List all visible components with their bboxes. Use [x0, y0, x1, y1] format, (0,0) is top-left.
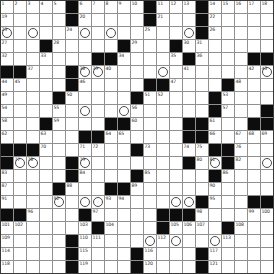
- grid-cell[interactable]: [66, 53, 78, 65]
- grid-cell[interactable]: 101: [1, 222, 13, 234]
- grid-cell[interactable]: [79, 92, 91, 104]
- grid-cell[interactable]: [40, 222, 52, 234]
- grid-cell[interactable]: [105, 40, 117, 52]
- grid-cell[interactable]: [183, 261, 195, 273]
- grid-cell[interactable]: [118, 66, 130, 78]
- grid-cell[interactable]: [248, 222, 260, 234]
- grid-cell[interactable]: [27, 92, 39, 104]
- grid-cell[interactable]: 31: [196, 40, 208, 52]
- grid-cell[interactable]: [14, 40, 26, 52]
- grid-cell[interactable]: [248, 40, 260, 52]
- grid-cell[interactable]: 89: [131, 183, 143, 195]
- grid-cell[interactable]: [248, 14, 260, 26]
- grid-cell[interactable]: 102: [14, 222, 26, 234]
- grid-cell[interactable]: 60: [131, 118, 143, 130]
- grid-cell[interactable]: 36: [196, 53, 208, 65]
- grid-cell[interactable]: 53: [222, 92, 234, 104]
- grid-cell[interactable]: [235, 118, 247, 130]
- grid-cell[interactable]: [92, 157, 104, 169]
- grid-cell[interactable]: 66: [209, 131, 221, 143]
- grid-cell[interactable]: [131, 79, 143, 91]
- grid-cell[interactable]: [131, 222, 143, 234]
- grid-cell[interactable]: [27, 170, 39, 182]
- grid-cell[interactable]: [118, 222, 130, 234]
- grid-cell[interactable]: [144, 196, 156, 208]
- grid-cell[interactable]: 83: [1, 170, 13, 182]
- grid-cell[interactable]: [183, 27, 195, 39]
- grid-cell[interactable]: [92, 27, 104, 39]
- grid-cell[interactable]: [14, 92, 26, 104]
- grid-cell[interactable]: [196, 105, 208, 117]
- grid-cell[interactable]: 103: [79, 222, 91, 234]
- grid-cell[interactable]: [27, 131, 39, 143]
- grid-cell[interactable]: [170, 248, 182, 260]
- grid-cell[interactable]: [105, 157, 117, 169]
- grid-cell[interactable]: [79, 118, 91, 130]
- grid-cell[interactable]: [27, 105, 39, 117]
- grid-cell[interactable]: [248, 27, 260, 39]
- grid-cell[interactable]: 70: [40, 144, 52, 156]
- grid-cell[interactable]: 118: [1, 261, 13, 273]
- grid-cell[interactable]: [66, 144, 78, 156]
- grid-cell[interactable]: [157, 118, 169, 130]
- grid-cell[interactable]: 14: [209, 1, 221, 13]
- grid-cell[interactable]: [209, 222, 221, 234]
- grid-cell[interactable]: 37: [27, 66, 39, 78]
- grid-cell[interactable]: [27, 27, 39, 39]
- grid-cell[interactable]: 111: [92, 235, 104, 247]
- grid-cell[interactable]: 73: [144, 144, 156, 156]
- grid-cell[interactable]: [248, 235, 260, 247]
- grid-cell[interactable]: [222, 14, 234, 26]
- grid-cell[interactable]: [261, 183, 273, 195]
- grid-cell[interactable]: 40: [105, 66, 117, 78]
- grid-cell[interactable]: [118, 261, 130, 273]
- grid-cell[interactable]: 81: [209, 157, 221, 169]
- grid-cell[interactable]: [144, 53, 156, 65]
- grid-cell[interactable]: 45: [14, 79, 26, 91]
- grid-cell[interactable]: [261, 79, 273, 91]
- grid-cell[interactable]: [105, 170, 117, 182]
- grid-cell[interactable]: [248, 170, 260, 182]
- grid-cell[interactable]: [53, 222, 65, 234]
- grid-cell[interactable]: [196, 183, 208, 195]
- grid-cell[interactable]: [170, 183, 182, 195]
- grid-cell[interactable]: [92, 79, 104, 91]
- grid-cell[interactable]: 106: [183, 222, 195, 234]
- grid-cell[interactable]: 93: [105, 196, 117, 208]
- grid-cell[interactable]: 113: [222, 235, 234, 247]
- grid-cell[interactable]: [92, 248, 104, 260]
- grid-cell[interactable]: 7: [92, 1, 104, 13]
- grid-cell[interactable]: [157, 183, 169, 195]
- grid-cell[interactable]: [40, 92, 52, 104]
- grid-cell[interactable]: [170, 118, 182, 130]
- grid-cell[interactable]: [196, 79, 208, 91]
- grid-cell[interactable]: [131, 14, 143, 26]
- grid-cell[interactable]: [53, 170, 65, 182]
- grid-cell[interactable]: [53, 66, 65, 78]
- grid-cell[interactable]: [248, 105, 260, 117]
- grid-cell[interactable]: 77: [14, 157, 26, 169]
- grid-cell[interactable]: [14, 105, 26, 117]
- grid-cell[interactable]: [53, 157, 65, 169]
- grid-cell[interactable]: [118, 170, 130, 182]
- grid-cell[interactable]: [40, 66, 52, 78]
- grid-cell[interactable]: 23: [1, 27, 13, 39]
- grid-cell[interactable]: [131, 66, 143, 78]
- grid-cell[interactable]: [183, 170, 195, 182]
- grid-cell[interactable]: [53, 27, 65, 39]
- grid-cell[interactable]: 16: [235, 1, 247, 13]
- grid-cell[interactable]: [53, 248, 65, 260]
- grid-cell[interactable]: 90: [209, 183, 221, 195]
- grid-cell[interactable]: [27, 235, 39, 247]
- grid-cell[interactable]: [222, 27, 234, 39]
- grid-cell[interactable]: [261, 92, 273, 104]
- grid-cell[interactable]: [222, 66, 234, 78]
- grid-cell[interactable]: 71: [79, 144, 91, 156]
- grid-cell[interactable]: [170, 144, 182, 156]
- grid-cell[interactable]: 91: [1, 196, 13, 208]
- grid-cell[interactable]: [118, 79, 130, 91]
- grid-cell[interactable]: 104: [105, 222, 117, 234]
- grid-cell[interactable]: [209, 53, 221, 65]
- grid-cell[interactable]: [248, 183, 260, 195]
- grid-cell[interactable]: 39: [92, 66, 104, 78]
- grid-cell[interactable]: 21: [157, 14, 169, 26]
- grid-cell[interactable]: 35: [170, 53, 182, 65]
- grid-cell[interactable]: [92, 196, 104, 208]
- grid-cell[interactable]: [157, 144, 169, 156]
- grid-cell[interactable]: [92, 170, 104, 182]
- grid-cell[interactable]: [170, 66, 182, 78]
- grid-cell[interactable]: [144, 222, 156, 234]
- grid-cell[interactable]: [235, 170, 247, 182]
- grid-cell[interactable]: [27, 14, 39, 26]
- grid-cell[interactable]: [248, 79, 260, 91]
- grid-cell[interactable]: [53, 79, 65, 91]
- grid-cell[interactable]: 30: [183, 40, 195, 52]
- grid-cell[interactable]: [157, 196, 169, 208]
- grid-cell[interactable]: 68: [248, 131, 260, 143]
- grid-cell[interactable]: [66, 118, 78, 130]
- grid-cell[interactable]: 63: [40, 131, 52, 143]
- grid-cell[interactable]: 5: [53, 1, 65, 13]
- grid-cell[interactable]: [40, 183, 52, 195]
- grid-cell[interactable]: [157, 248, 169, 260]
- grid-cell[interactable]: [40, 27, 52, 39]
- grid-cell[interactable]: [170, 261, 182, 273]
- grid-cell[interactable]: 12: [170, 1, 182, 13]
- grid-cell[interactable]: [183, 105, 195, 117]
- grid-cell[interactable]: 115: [79, 248, 91, 260]
- grid-cell[interactable]: 48: [235, 79, 247, 91]
- grid-cell[interactable]: 85: [144, 170, 156, 182]
- grid-cell[interactable]: [118, 157, 130, 169]
- grid-cell[interactable]: [131, 196, 143, 208]
- grid-cell[interactable]: [105, 209, 117, 221]
- grid-cell[interactable]: 28: [53, 40, 65, 52]
- grid-cell[interactable]: [222, 53, 234, 65]
- grid-cell[interactable]: [53, 14, 65, 26]
- grid-cell[interactable]: [92, 40, 104, 52]
- grid-cell[interactable]: [261, 27, 273, 39]
- grid-cell[interactable]: [14, 118, 26, 130]
- grid-cell[interactable]: [235, 27, 247, 39]
- grid-cell[interactable]: [144, 118, 156, 130]
- grid-cell[interactable]: [157, 40, 169, 52]
- grid-cell[interactable]: 59: [53, 118, 65, 130]
- grid-cell[interactable]: [14, 235, 26, 247]
- grid-cell[interactable]: 8: [105, 1, 117, 13]
- grid-cell[interactable]: [183, 196, 195, 208]
- grid-cell[interactable]: [131, 209, 143, 221]
- grid-cell[interactable]: 112: [157, 235, 169, 247]
- grid-cell[interactable]: [14, 27, 26, 39]
- grid-cell[interactable]: 34: [118, 53, 130, 65]
- grid-cell[interactable]: 109: [1, 235, 13, 247]
- grid-cell[interactable]: [196, 235, 208, 247]
- grid-cell[interactable]: [170, 92, 182, 104]
- grid-cell[interactable]: [183, 235, 195, 247]
- grid-cell[interactable]: 49: [1, 92, 13, 104]
- grid-cell[interactable]: [170, 170, 182, 182]
- grid-cell[interactable]: 44: [1, 79, 13, 91]
- grid-cell[interactable]: [170, 27, 182, 39]
- grid-cell[interactable]: [118, 235, 130, 247]
- grid-cell[interactable]: [209, 79, 221, 91]
- grid-cell[interactable]: 33: [40, 53, 52, 65]
- grid-cell[interactable]: 54: [1, 105, 13, 117]
- grid-cell[interactable]: 61: [209, 118, 221, 130]
- grid-cell[interactable]: [222, 131, 234, 143]
- grid-cell[interactable]: [222, 40, 234, 52]
- grid-cell[interactable]: [53, 144, 65, 156]
- grid-cell[interactable]: [53, 261, 65, 273]
- grid-cell[interactable]: [222, 196, 234, 208]
- grid-cell[interactable]: [92, 118, 104, 130]
- grid-cell[interactable]: 46: [79, 79, 91, 91]
- grid-cell[interactable]: [66, 222, 78, 234]
- grid-cell[interactable]: 87: [1, 183, 13, 195]
- grid-cell[interactable]: [27, 53, 39, 65]
- grid-cell[interactable]: [157, 170, 169, 182]
- grid-cell[interactable]: [40, 235, 52, 247]
- grid-cell[interactable]: 100: [261, 209, 273, 221]
- grid-cell[interactable]: [27, 261, 39, 273]
- grid-cell[interactable]: 43: [261, 66, 273, 78]
- grid-cell[interactable]: 42: [248, 66, 260, 78]
- grid-cell[interactable]: 88: [66, 183, 78, 195]
- grid-cell[interactable]: [222, 118, 234, 130]
- grid-cell[interactable]: [235, 66, 247, 78]
- grid-cell[interactable]: 92: [53, 196, 65, 208]
- grid-cell[interactable]: [183, 14, 195, 26]
- grid-cell[interactable]: [209, 66, 221, 78]
- grid-cell[interactable]: 67: [235, 131, 247, 143]
- grid-cell[interactable]: [40, 170, 52, 182]
- grid-cell[interactable]: [235, 261, 247, 273]
- grid-cell[interactable]: [105, 261, 117, 273]
- grid-cell[interactable]: [118, 248, 130, 260]
- grid-cell[interactable]: [105, 92, 117, 104]
- grid-cell[interactable]: 78: [27, 157, 39, 169]
- grid-cell[interactable]: [118, 209, 130, 221]
- grid-cell[interactable]: [235, 209, 247, 221]
- grid-cell[interactable]: 20: [79, 14, 91, 26]
- grid-cell[interactable]: 105: [170, 222, 182, 234]
- grid-cell[interactable]: [118, 14, 130, 26]
- grid-cell[interactable]: [144, 183, 156, 195]
- grid-cell[interactable]: [222, 183, 234, 195]
- grid-cell[interactable]: [53, 53, 65, 65]
- grid-cell[interactable]: 1: [1, 1, 13, 13]
- grid-cell[interactable]: 108: [235, 222, 247, 234]
- grid-cell[interactable]: [261, 157, 273, 169]
- grid-cell[interactable]: 38: [79, 66, 91, 78]
- grid-cell[interactable]: [235, 40, 247, 52]
- grid-cell[interactable]: [27, 79, 39, 91]
- grid-cell[interactable]: 57: [222, 105, 234, 117]
- grid-cell[interactable]: 18: [261, 1, 273, 13]
- grid-cell[interactable]: [79, 183, 91, 195]
- grid-cell[interactable]: 69: [261, 131, 273, 143]
- grid-cell[interactable]: [131, 27, 143, 39]
- grid-cell[interactable]: 64: [105, 131, 117, 143]
- grid-cell[interactable]: [157, 157, 169, 169]
- grid-cell[interactable]: 26: [209, 27, 221, 39]
- grid-cell[interactable]: [92, 183, 104, 195]
- grid-cell[interactable]: [196, 170, 208, 182]
- grid-cell[interactable]: [92, 105, 104, 117]
- grid-cell[interactable]: [222, 248, 234, 260]
- grid-cell[interactable]: [118, 27, 130, 39]
- grid-cell[interactable]: 80: [196, 157, 208, 169]
- grid-cell[interactable]: 84: [79, 170, 91, 182]
- grid-cell[interactable]: 13: [183, 1, 195, 13]
- grid-cell[interactable]: [235, 92, 247, 104]
- grid-cell[interactable]: 11: [157, 1, 169, 13]
- grid-cell[interactable]: [235, 105, 247, 117]
- grid-cell[interactable]: [235, 53, 247, 65]
- grid-cell[interactable]: [66, 40, 78, 52]
- grid-cell[interactable]: [209, 209, 221, 221]
- grid-cell[interactable]: 2: [14, 1, 26, 13]
- grid-cell[interactable]: [157, 53, 169, 65]
- grid-cell[interactable]: 121: [209, 261, 221, 273]
- grid-cell[interactable]: [144, 40, 156, 52]
- grid-cell[interactable]: [131, 235, 143, 247]
- grid-cell[interactable]: 110: [79, 235, 91, 247]
- grid-cell[interactable]: [105, 79, 117, 91]
- grid-cell[interactable]: 22: [209, 14, 221, 26]
- grid-cell[interactable]: [79, 53, 91, 65]
- grid-cell[interactable]: [105, 27, 117, 39]
- grid-cell[interactable]: 107: [196, 222, 208, 234]
- grid-cell[interactable]: 98: [196, 209, 208, 221]
- grid-cell[interactable]: [131, 131, 143, 143]
- grid-cell[interactable]: 58: [1, 118, 13, 130]
- grid-cell[interactable]: [40, 79, 52, 91]
- grid-cell[interactable]: 41: [183, 66, 195, 78]
- grid-cell[interactable]: [53, 209, 65, 221]
- grid-cell[interactable]: [235, 183, 247, 195]
- grid-cell[interactable]: [105, 235, 117, 247]
- grid-cell[interactable]: [118, 144, 130, 156]
- grid-cell[interactable]: [144, 235, 156, 247]
- grid-cell[interactable]: [170, 157, 182, 169]
- grid-cell[interactable]: [196, 92, 208, 104]
- grid-cell[interactable]: 75: [196, 144, 208, 156]
- grid-cell[interactable]: 50: [66, 92, 78, 104]
- grid-cell[interactable]: [222, 261, 234, 273]
- grid-cell[interactable]: [40, 196, 52, 208]
- grid-cell[interactable]: 27: [1, 40, 13, 52]
- grid-cell[interactable]: [27, 40, 39, 52]
- grid-cell[interactable]: [131, 53, 143, 65]
- grid-cell[interactable]: [14, 261, 26, 273]
- grid-cell[interactable]: 117: [209, 248, 221, 260]
- grid-cell[interactable]: [170, 105, 182, 117]
- grid-cell[interactable]: [14, 196, 26, 208]
- grid-cell[interactable]: [92, 14, 104, 26]
- grid-cell[interactable]: [14, 131, 26, 143]
- grid-cell[interactable]: [40, 209, 52, 221]
- grid-cell[interactable]: 76: [235, 144, 247, 156]
- grid-cell[interactable]: [170, 196, 182, 208]
- grid-cell[interactable]: 62: [1, 131, 13, 143]
- grid-cell[interactable]: [79, 105, 91, 117]
- grid-cell[interactable]: 51: [144, 92, 156, 104]
- grid-cell[interactable]: 9: [118, 1, 130, 13]
- grid-cell[interactable]: [66, 131, 78, 143]
- grid-cell[interactable]: 3: [27, 1, 39, 13]
- grid-cell[interactable]: [118, 92, 130, 104]
- grid-cell[interactable]: 94: [118, 196, 130, 208]
- grid-cell[interactable]: [144, 131, 156, 143]
- grid-cell[interactable]: 74: [183, 144, 195, 156]
- grid-cell[interactable]: [144, 157, 156, 169]
- grid-cell[interactable]: [79, 196, 91, 208]
- grid-cell[interactable]: 86: [222, 170, 234, 182]
- grid-cell[interactable]: 17: [248, 1, 260, 13]
- grid-cell[interactable]: [92, 92, 104, 104]
- grid-cell[interactable]: [66, 209, 78, 221]
- grid-cell[interactable]: 32: [1, 53, 13, 65]
- grid-cell[interactable]: [144, 209, 156, 221]
- grid-cell[interactable]: [105, 14, 117, 26]
- grid-cell[interactable]: [209, 235, 221, 247]
- grid-cell[interactable]: [235, 248, 247, 260]
- grid-cell[interactable]: [131, 157, 143, 169]
- grid-cell[interactable]: [157, 131, 169, 143]
- grid-cell[interactable]: [248, 261, 260, 273]
- grid-cell[interactable]: 119: [79, 261, 91, 273]
- grid-cell[interactable]: 6: [79, 1, 91, 13]
- grid-cell[interactable]: 52: [157, 92, 169, 104]
- grid-cell[interactable]: [40, 157, 52, 169]
- grid-cell[interactable]: 79: [79, 157, 91, 169]
- grid-cell[interactable]: [196, 66, 208, 78]
- grid-cell[interactable]: [183, 248, 195, 260]
- grid-cell[interactable]: 99: [248, 209, 260, 221]
- grid-cell[interactable]: [222, 209, 234, 221]
- grid-cell[interactable]: [14, 248, 26, 260]
- grid-cell[interactable]: [144, 105, 156, 117]
- grid-cell[interactable]: 25: [144, 27, 156, 39]
- grid-cell[interactable]: 65: [118, 131, 130, 143]
